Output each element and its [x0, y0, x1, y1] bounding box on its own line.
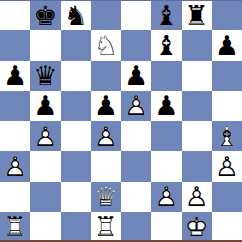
square-a4[interactable] — [0, 121, 30, 151]
square-c1[interactable] — [61, 212, 91, 242]
piece-outline-glyph: ♔ — [185, 211, 209, 242]
square-b3[interactable] — [30, 151, 60, 181]
piece-outline-glyph: ♘ — [94, 30, 118, 61]
square-g1[interactable]: ♚♔ — [182, 212, 212, 242]
chess-board: ♚♞♝♜♞♘♝♟♟♛♟♟♟♟♙♟♟♙♟♙♝♗♟♙♟♙♛♕♟♙♟♙♜♖♜♖♚♔ — [0, 0, 242, 242]
white-queen-d2[interactable]: ♛♕ — [94, 183, 118, 210]
white-pawn-f2[interactable]: ♟♙ — [154, 183, 178, 210]
square-d7[interactable]: ♞♘ — [91, 30, 121, 60]
square-f2[interactable]: ♟♙ — [151, 182, 181, 212]
square-e8[interactable] — [121, 0, 151, 30]
black-pawn-a6[interactable]: ♟ — [3, 62, 27, 89]
square-g3[interactable] — [182, 151, 212, 181]
black-pawn-d5[interactable]: ♟ — [94, 92, 118, 119]
square-b4[interactable]: ♟♙ — [30, 121, 60, 151]
piece-outline-glyph: ♙ — [94, 121, 118, 152]
square-h4[interactable]: ♝♗ — [212, 121, 242, 151]
piece-outline-glyph: ♙ — [3, 151, 27, 182]
black-pawn-b5[interactable]: ♟ — [33, 92, 57, 119]
square-h3[interactable]: ♟♙ — [212, 151, 242, 181]
piece-outline-glyph: ♖ — [94, 211, 118, 242]
square-h2[interactable] — [212, 182, 242, 212]
square-a8[interactable] — [0, 0, 30, 30]
square-c4[interactable] — [61, 121, 91, 151]
square-c8[interactable]: ♞ — [61, 0, 91, 30]
square-f1[interactable] — [151, 212, 181, 242]
white-king-g1[interactable]: ♚♔ — [185, 213, 209, 240]
square-d6[interactable] — [91, 61, 121, 91]
square-f7[interactable]: ♝ — [151, 30, 181, 60]
piece-outline-glyph: ♙ — [185, 181, 209, 212]
white-pawn-b4[interactable]: ♟♙ — [33, 123, 57, 150]
square-c3[interactable] — [61, 151, 91, 181]
black-pawn-e6[interactable]: ♟ — [124, 62, 148, 89]
square-c7[interactable] — [61, 30, 91, 60]
black-pawn-f5[interactable]: ♟ — [154, 92, 178, 119]
white-rook-a1[interactable]: ♜♖ — [3, 213, 27, 240]
square-b6[interactable]: ♛ — [30, 61, 60, 91]
square-d3[interactable] — [91, 151, 121, 181]
square-b8[interactable]: ♚ — [30, 0, 60, 30]
square-a7[interactable] — [0, 30, 30, 60]
square-e3[interactable] — [121, 151, 151, 181]
piece-outline-glyph: ♙ — [215, 151, 239, 182]
piece-outline-glyph: ♕ — [94, 181, 118, 212]
white-pawn-d4[interactable]: ♟♙ — [94, 123, 118, 150]
square-g8[interactable]: ♜ — [182, 0, 212, 30]
square-d5[interactable]: ♟ — [91, 91, 121, 121]
black-queen-b6[interactable]: ♛ — [33, 62, 57, 89]
square-f5[interactable]: ♟ — [151, 91, 181, 121]
square-f4[interactable] — [151, 121, 181, 151]
square-c5[interactable] — [61, 91, 91, 121]
square-f3[interactable] — [151, 151, 181, 181]
square-g6[interactable] — [182, 61, 212, 91]
white-knight-d7[interactable]: ♞♘ — [94, 32, 118, 59]
square-g4[interactable] — [182, 121, 212, 151]
square-a5[interactable] — [0, 91, 30, 121]
square-a3[interactable]: ♟♙ — [0, 151, 30, 181]
piece-outline-glyph: ♙ — [154, 181, 178, 212]
white-pawn-e5[interactable]: ♟♙ — [124, 92, 148, 119]
white-pawn-g2[interactable]: ♟♙ — [185, 183, 209, 210]
square-e7[interactable] — [121, 30, 151, 60]
square-h6[interactable] — [212, 61, 242, 91]
square-e6[interactable]: ♟ — [121, 61, 151, 91]
black-bishop-f7[interactable]: ♝ — [154, 32, 178, 59]
square-c2[interactable] — [61, 182, 91, 212]
white-pawn-h3[interactable]: ♟♙ — [215, 153, 239, 180]
square-a1[interactable]: ♜♖ — [0, 212, 30, 242]
square-e1[interactable] — [121, 212, 151, 242]
piece-outline-glyph: ♙ — [33, 121, 57, 152]
square-f8[interactable]: ♝ — [151, 0, 181, 30]
piece-outline-glyph: ♙ — [124, 90, 148, 121]
square-f6[interactable] — [151, 61, 181, 91]
black-pawn-h7[interactable]: ♟ — [215, 32, 239, 59]
square-e2[interactable] — [121, 182, 151, 212]
square-h5[interactable] — [212, 91, 242, 121]
square-d8[interactable] — [91, 0, 121, 30]
square-e4[interactable] — [121, 121, 151, 151]
square-c6[interactable] — [61, 61, 91, 91]
square-d4[interactable]: ♟♙ — [91, 121, 121, 151]
square-a6[interactable]: ♟ — [0, 61, 30, 91]
piece-outline-glyph: ♗ — [215, 121, 239, 152]
square-g5[interactable] — [182, 91, 212, 121]
square-h1[interactable] — [212, 212, 242, 242]
white-pawn-a3[interactable]: ♟♙ — [3, 153, 27, 180]
white-rook-d1[interactable]: ♜♖ — [94, 213, 118, 240]
square-b2[interactable] — [30, 182, 60, 212]
black-knight-c8[interactable]: ♞ — [64, 2, 88, 29]
white-bishop-h4[interactable]: ♝♗ — [215, 123, 239, 150]
black-rook-g8[interactable]: ♜ — [185, 2, 209, 29]
square-b5[interactable]: ♟ — [30, 91, 60, 121]
square-d1[interactable]: ♜♖ — [91, 212, 121, 242]
chess-board-container: ♚♞♝♜♞♘♝♟♟♛♟♟♟♟♙♟♟♙♟♙♝♗♟♙♟♙♛♕♟♙♟♙♜♖♜♖♚♔ — [0, 0, 242, 242]
black-king-b8[interactable]: ♚ — [33, 2, 57, 29]
piece-outline-glyph: ♖ — [3, 211, 27, 242]
square-b7[interactable] — [30, 30, 60, 60]
square-h7[interactable]: ♟ — [212, 30, 242, 60]
black-bishop-f8[interactable]: ♝ — [154, 2, 178, 29]
square-g2[interactable]: ♟♙ — [182, 182, 212, 212]
square-b1[interactable] — [30, 212, 60, 242]
square-d2[interactable]: ♛♕ — [91, 182, 121, 212]
square-a2[interactable] — [0, 182, 30, 212]
square-g7[interactable] — [182, 30, 212, 60]
square-h8[interactable] — [212, 0, 242, 30]
square-e5[interactable]: ♟♙ — [121, 91, 151, 121]
